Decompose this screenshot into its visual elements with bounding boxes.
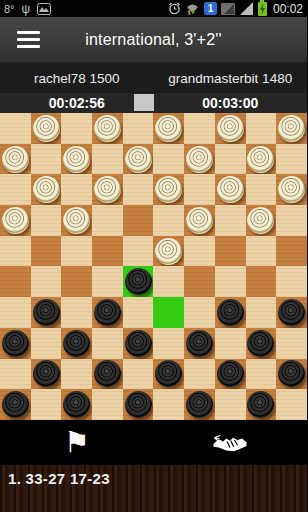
board-cell[interactable]: [184, 174, 215, 205]
board-cell[interactable]: [276, 266, 307, 297]
board-cell[interactable]: [246, 174, 277, 205]
board-cell[interactable]: [123, 328, 154, 359]
board-cell[interactable]: [184, 328, 215, 359]
board-cell[interactable]: [153, 389, 184, 420]
player-black-name: grandmasterbit 1480: [154, 63, 308, 93]
white-man[interactable]: [33, 115, 60, 142]
board-cell[interactable]: [276, 297, 307, 328]
black-man[interactable]: [63, 330, 90, 357]
board-cell[interactable]: [123, 266, 154, 297]
board-cell[interactable]: [184, 205, 215, 236]
board-cell[interactable]: [61, 328, 92, 359]
board-cell[interactable]: [184, 266, 215, 297]
resign-flag-icon: ⚑: [64, 428, 90, 457]
board-cell[interactable]: [31, 174, 62, 205]
resign-button[interactable]: ⚑: [0, 420, 154, 465]
board-cell[interactable]: [123, 236, 154, 267]
white-man[interactable]: [63, 146, 90, 173]
board-cell[interactable]: [31, 266, 62, 297]
move-list-bar: 1. 33-27 17-23: [0, 465, 307, 512]
board-cell[interactable]: [246, 266, 277, 297]
board-cell[interactable]: [0, 297, 31, 328]
black-man[interactable]: [125, 391, 152, 418]
board-cell[interactable]: [215, 113, 246, 144]
active-turn-indicator: [134, 94, 154, 111]
board-cell[interactable]: [0, 266, 31, 297]
white-clock: 00:02:56: [0, 93, 154, 113]
white-man[interactable]: [217, 176, 244, 203]
status-bar: 8° ψ 1 00:02: [0, 0, 307, 17]
usb-icon: ψ: [22, 3, 31, 15]
board-cell[interactable]: [123, 113, 154, 144]
board-cell[interactable]: [246, 113, 277, 144]
wifi-traffic-icon: [185, 2, 200, 15]
white-man[interactable]: [2, 207, 29, 234]
black-man[interactable]: [94, 299, 121, 326]
board-cell[interactable]: [153, 174, 184, 205]
board-cell[interactable]: [153, 144, 184, 175]
black-man[interactable]: [217, 299, 244, 326]
board-cell[interactable]: [0, 113, 31, 144]
board-cell[interactable]: [215, 174, 246, 205]
players-row: rachel78 1500 grandmasterbit 1480: [0, 63, 307, 93]
board-cell[interactable]: [215, 205, 246, 236]
board-cell[interactable]: [92, 297, 123, 328]
board-cell[interactable]: [184, 297, 215, 328]
white-man[interactable]: [155, 115, 182, 142]
board-cell[interactable]: [276, 328, 307, 359]
title-bar: international, 3'+2'': [0, 17, 307, 63]
black-clock: 00:03:00: [154, 93, 308, 113]
white-man[interactable]: [155, 238, 182, 265]
board-cell[interactable]: [31, 389, 62, 420]
black-man[interactable]: [186, 391, 213, 418]
signal-bars-icon: [221, 2, 236, 15]
black-man[interactable]: [247, 330, 274, 357]
board-cell[interactable]: [61, 174, 92, 205]
black-man[interactable]: [2, 330, 29, 357]
board-cell[interactable]: [246, 359, 277, 390]
black-man[interactable]: [63, 391, 90, 418]
board-cell[interactable]: [123, 144, 154, 175]
board-cell[interactable]: [215, 328, 246, 359]
board-cell[interactable]: [246, 389, 277, 420]
white-man[interactable]: [217, 115, 244, 142]
board-cell[interactable]: [276, 205, 307, 236]
board-cell[interactable]: [123, 359, 154, 390]
board-cell[interactable]: [0, 174, 31, 205]
board-cell[interactable]: [276, 236, 307, 267]
board-cell[interactable]: [61, 205, 92, 236]
alarm-icon: [168, 2, 181, 15]
game-title: international, 3'+2'': [0, 31, 307, 49]
board-cell[interactable]: [61, 359, 92, 390]
board-cell[interactable]: [184, 389, 215, 420]
board-cell[interactable]: [92, 113, 123, 144]
status-clock: 00:02: [273, 2, 303, 16]
board-cell[interactable]: [123, 174, 154, 205]
black-man[interactable]: [217, 360, 244, 387]
board-cell[interactable]: [92, 236, 123, 267]
signal-bars-icon-2: [240, 2, 254, 15]
board-cell[interactable]: [31, 359, 62, 390]
board-cell[interactable]: [184, 144, 215, 175]
board-cell[interactable]: [92, 266, 123, 297]
board-cell[interactable]: [61, 266, 92, 297]
white-man[interactable]: [125, 146, 152, 173]
board-cell[interactable]: [0, 236, 31, 267]
board-cell[interactable]: [153, 266, 184, 297]
gallery-icon: [37, 3, 51, 15]
board-cell[interactable]: [246, 236, 277, 267]
board-cell[interactable]: [61, 389, 92, 420]
board-cell[interactable]: [123, 297, 154, 328]
board-cell[interactable]: [184, 113, 215, 144]
board-cell[interactable]: [123, 389, 154, 420]
white-man[interactable]: [278, 176, 305, 203]
black-man[interactable]: [278, 360, 305, 387]
board-cell[interactable]: [31, 144, 62, 175]
board-cell[interactable]: [0, 389, 31, 420]
board-cell[interactable]: [215, 236, 246, 267]
board-cell[interactable]: [215, 266, 246, 297]
board-cell[interactable]: [215, 389, 246, 420]
board-cell[interactable]: [31, 205, 62, 236]
white-man[interactable]: [2, 146, 29, 173]
battery-charging-icon: [258, 2, 267, 16]
black-man[interactable]: [125, 268, 152, 295]
board-cell[interactable]: [0, 144, 31, 175]
white-man[interactable]: [94, 115, 121, 142]
board-cell[interactable]: [92, 328, 123, 359]
board-cell[interactable]: [31, 236, 62, 267]
board-cell[interactable]: [184, 359, 215, 390]
board-cell[interactable]: [31, 113, 62, 144]
board-cell[interactable]: [92, 359, 123, 390]
board-cell[interactable]: [153, 236, 184, 267]
board-cell[interactable]: [92, 144, 123, 175]
board-cell[interactable]: [153, 297, 184, 328]
board-cell[interactable]: [61, 236, 92, 267]
board-cell[interactable]: [123, 205, 154, 236]
black-man[interactable]: [125, 330, 152, 357]
board-cell[interactable]: [0, 328, 31, 359]
board-cell[interactable]: [92, 174, 123, 205]
white-man[interactable]: [94, 176, 121, 203]
white-man[interactable]: [186, 207, 213, 234]
board-cell[interactable]: [246, 144, 277, 175]
move-list: 1. 33-27 17-23: [8, 470, 110, 487]
white-man[interactable]: [155, 176, 182, 203]
black-clock-time: 00:03:00: [202, 95, 258, 111]
board-cell[interactable]: [153, 328, 184, 359]
white-man[interactable]: [247, 207, 274, 234]
board-cell[interactable]: [215, 359, 246, 390]
board-cell[interactable]: [184, 236, 215, 267]
board-cell[interactable]: [61, 144, 92, 175]
board-cell[interactable]: [61, 113, 92, 144]
board-cell[interactable]: [92, 205, 123, 236]
board-cell[interactable]: [246, 328, 277, 359]
board-cell[interactable]: [0, 359, 31, 390]
offer-draw-button[interactable]: [154, 420, 308, 465]
action-bar: ⚑: [0, 420, 307, 465]
board-cell[interactable]: [215, 297, 246, 328]
board-cell[interactable]: [153, 205, 184, 236]
clocks-row: 00:02:56 00:03:00: [0, 93, 307, 113]
player-white-name: rachel78 1500: [0, 63, 154, 93]
board-cell[interactable]: [0, 205, 31, 236]
temperature-indicator: 8°: [4, 3, 15, 15]
board[interactable]: [0, 113, 307, 420]
board-cell[interactable]: [31, 328, 62, 359]
board-cell[interactable]: [215, 144, 246, 175]
black-man[interactable]: [155, 360, 182, 387]
white-man[interactable]: [186, 146, 213, 173]
board-cell[interactable]: [276, 144, 307, 175]
board-cell[interactable]: [92, 389, 123, 420]
white-man[interactable]: [247, 146, 274, 173]
black-man[interactable]: [33, 360, 60, 387]
board-cell[interactable]: [61, 297, 92, 328]
white-clock-time: 00:02:56: [49, 95, 105, 111]
board-cell[interactable]: [276, 359, 307, 390]
board-cell[interactable]: [153, 359, 184, 390]
board-cell[interactable]: [31, 297, 62, 328]
board-cell[interactable]: [246, 297, 277, 328]
board-cell[interactable]: [246, 205, 277, 236]
black-man[interactable]: [186, 330, 213, 357]
board-cell[interactable]: [276, 113, 307, 144]
notification-1-badge: 1: [204, 2, 217, 15]
white-man[interactable]: [33, 176, 60, 203]
black-man[interactable]: [278, 299, 305, 326]
black-man[interactable]: [2, 391, 29, 418]
black-man[interactable]: [33, 299, 60, 326]
board-cell[interactable]: [276, 174, 307, 205]
board-cell[interactable]: [276, 389, 307, 420]
black-man[interactable]: [247, 391, 274, 418]
handshake-icon: [212, 432, 248, 454]
white-man[interactable]: [63, 207, 90, 234]
white-man[interactable]: [278, 115, 305, 142]
black-man[interactable]: [94, 360, 121, 387]
board-cell[interactable]: [153, 113, 184, 144]
